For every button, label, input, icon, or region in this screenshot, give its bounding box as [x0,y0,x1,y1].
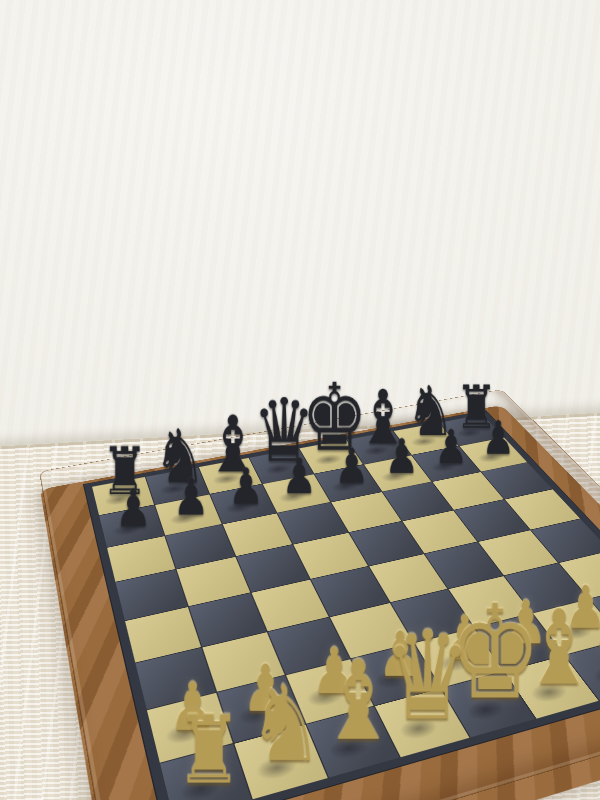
chessboard-3d-wrapper: ♜♞♝♛♚♝♞♜♟♟♟♟♟♟♟♟♟♟♟♟♟♟♟♟♜♞♝♛♚♝♞♜ [40,390,600,800]
square-a1[interactable]: ♜ [160,744,252,800]
chessboard: ♜♞♝♛♚♝♞♜♟♟♟♟♟♟♟♟♟♟♟♟♟♟♟♟♜♞♝♛♚♝♞♜ [84,411,600,800]
board-wood-frame: ♜♞♝♛♚♝♞♜♟♟♟♟♟♟♟♟♟♟♟♟♟♟♟♟♜♞♝♛♚♝♞♜ [40,390,600,800]
square-a6[interactable] [107,536,176,582]
piece-gold-rook[interactable]: ♜ [153,705,265,794]
chess-photo-scene: ♜♞♝♛♚♝♞♜♟♟♟♟♟♟♟♟♟♟♟♟♟♟♟♟♜♞♝♛♚♝♞♜ [0,0,600,800]
piece-black-pawn[interactable]: ♟ [93,484,175,533]
